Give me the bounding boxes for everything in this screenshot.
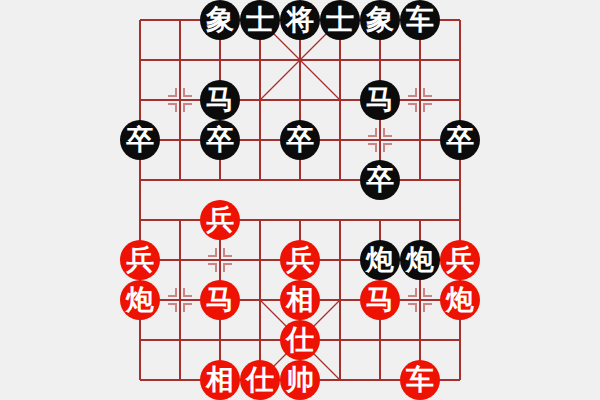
piece-red-advisor[interactable]: 仕 — [280, 320, 320, 360]
xiangqi-board[interactable]: 象士将士象车马马卒卒卒卒卒炮炮兵兵兵兵炮马相马炮仕相仕帅车 — [120, 0, 480, 400]
piece-red-elephant[interactable]: 相 — [200, 360, 240, 400]
piece-black-soldier[interactable]: 卒 — [280, 120, 320, 160]
piece-black-elephant[interactable]: 象 — [360, 0, 400, 40]
piece-black-soldier[interactable]: 卒 — [200, 120, 240, 160]
piece-black-soldier[interactable]: 卒 — [440, 120, 480, 160]
piece-black-cannon[interactable]: 炮 — [360, 240, 400, 280]
piece-red-soldier[interactable]: 兵 — [120, 240, 160, 280]
piece-red-horse[interactable]: 马 — [360, 280, 400, 320]
piece-black-cannon[interactable]: 炮 — [400, 240, 440, 280]
piece-red-chariot[interactable]: 车 — [400, 360, 440, 400]
piece-black-chariot[interactable]: 车 — [400, 0, 440, 40]
piece-red-soldier[interactable]: 兵 — [280, 240, 320, 280]
piece-black-horse[interactable]: 马 — [360, 80, 400, 120]
piece-black-advisor[interactable]: 士 — [320, 0, 360, 40]
piece-black-elephant[interactable]: 象 — [200, 0, 240, 40]
piece-black-soldier[interactable]: 卒 — [360, 160, 400, 200]
piece-red-horse[interactable]: 马 — [200, 280, 240, 320]
piece-black-horse[interactable]: 马 — [200, 80, 240, 120]
xiangqi-app: 象士将士象车马马卒卒卒卒卒炮炮兵兵兵兵炮马相马炮仕相仕帅车 — [0, 0, 600, 400]
piece-red-advisor[interactable]: 仕 — [240, 360, 280, 400]
piece-red-soldier[interactable]: 兵 — [440, 240, 480, 280]
piece-red-cannon[interactable]: 炮 — [440, 280, 480, 320]
piece-black-advisor[interactable]: 士 — [240, 0, 280, 40]
piece-red-elephant[interactable]: 相 — [280, 280, 320, 320]
piece-red-soldier[interactable]: 兵 — [200, 200, 240, 240]
piece-black-soldier[interactable]: 卒 — [120, 120, 160, 160]
piece-red-cannon[interactable]: 炮 — [120, 280, 160, 320]
piece-red-general[interactable]: 帅 — [280, 360, 320, 400]
piece-black-general[interactable]: 将 — [280, 0, 320, 40]
